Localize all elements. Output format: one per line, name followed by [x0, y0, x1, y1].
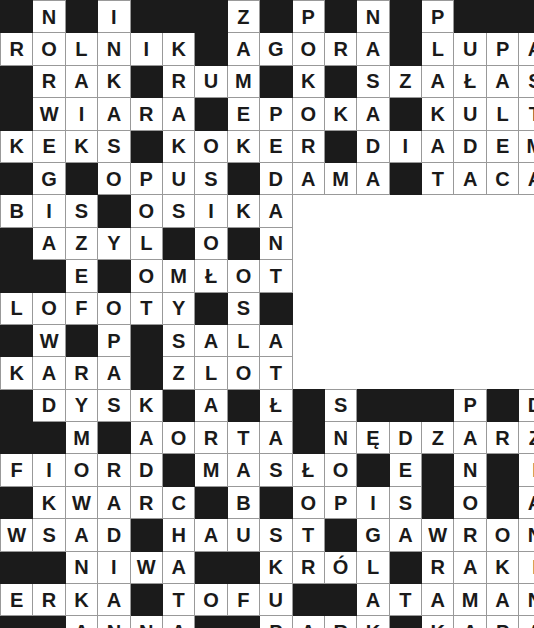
letter-cell-r3-c10[interactable]: K	[324, 98, 356, 130]
black-cell-r0-c0	[1, 1, 33, 33]
letter-cell-r13-c10[interactable]: N	[324, 422, 356, 454]
letter-cell-r14-c4[interactable]: D	[130, 454, 162, 486]
black-cell-r4-c4	[130, 130, 162, 162]
black-cell-r10-c2	[65, 324, 97, 356]
letter-cell-r10-c1[interactable]: W	[33, 324, 65, 356]
letter-cell-r1-c10[interactable]: R	[324, 33, 356, 65]
letter-cell-r19-c16[interactable]: A	[519, 616, 534, 628]
void-cell-r8-c9	[292, 260, 324, 292]
void-cell-r9-c13	[422, 292, 454, 324]
letter-cell-r7-c8[interactable]: N	[260, 227, 292, 259]
letter-cell-r6-c5[interactable]: S	[162, 195, 194, 227]
letter-cell-r9-c3[interactable]: O	[98, 292, 130, 324]
letter-cell-r14-c14[interactable]: N	[454, 454, 486, 486]
letter-cell-r17-c11[interactable]: L	[357, 551, 389, 583]
letter-cell-r12-c16[interactable]: D	[519, 389, 534, 421]
letter-cell-r13-c16[interactable]: Z	[519, 422, 534, 454]
crossword-page: NIZPNPROLNIKAGORALUPARAKRUMKSZAŁASWIARAE…	[0, 0, 534, 628]
letter-cell-r11-c2[interactable]: R	[65, 357, 97, 389]
letter-cell-r19-c2[interactable]: A	[65, 616, 97, 628]
letter-cell-r16-c16[interactable]: N	[519, 519, 534, 551]
void-cell-r7-c14	[454, 227, 486, 259]
letter-cell-r19-c4[interactable]: N	[130, 616, 162, 628]
letter-cell-r16-c8[interactable]: S	[260, 519, 292, 551]
letter-cell-r1-c1[interactable]: O	[33, 33, 65, 65]
black-cell-r12-c15	[486, 389, 518, 421]
letter-cell-r18-c15[interactable]: A	[486, 584, 518, 616]
black-cell-r13-c0	[1, 422, 33, 454]
black-cell-r10-c0	[1, 324, 33, 356]
grid-row-19: ANNAPARKKAPA	[1, 616, 534, 628]
letter-cell-r18-c11[interactable]: A	[357, 584, 389, 616]
void-cell-r7-c16	[519, 227, 534, 259]
letter-cell-r0-c13[interactable]: P	[422, 1, 454, 33]
letter-cell-r12-c3[interactable]: S	[98, 389, 130, 421]
letter-cell-r17-c10[interactable]: Ó	[324, 551, 356, 583]
letter-cell-r1-c9[interactable]: O	[292, 33, 324, 65]
letter-cell-r0-c3[interactable]: I	[98, 1, 130, 33]
letter-cell-r15-c7[interactable]: B	[227, 486, 259, 518]
letter-cell-r4-c2[interactable]: K	[65, 130, 97, 162]
void-cell-r7-c9	[292, 227, 324, 259]
letter-cell-r11-c8[interactable]: T	[260, 357, 292, 389]
letter-cell-r8-c8[interactable]: T	[260, 260, 292, 292]
letter-cell-r7-c1[interactable]: A	[33, 227, 65, 259]
grid-row-2: RAKRUMKSZAŁAS	[1, 65, 534, 97]
black-cell-r12-c12	[389, 389, 421, 421]
black-cell-r0-c15	[486, 1, 518, 33]
letter-cell-r5-c10[interactable]: M	[324, 162, 356, 194]
letter-cell-r18-c5[interactable]: T	[162, 584, 194, 616]
letter-cell-r5-c9[interactable]: A	[292, 162, 324, 194]
letter-cell-r1-c2[interactable]: L	[65, 33, 97, 65]
letter-cell-r2-c7[interactable]: M	[227, 65, 259, 97]
letter-cell-r18-c3[interactable]: A	[98, 584, 130, 616]
black-cell-r17-c0	[1, 551, 33, 583]
black-cell-r0-c14	[454, 1, 486, 33]
letter-cell-r10-c6[interactable]: A	[195, 324, 227, 356]
black-cell-r0-c12	[389, 1, 421, 33]
letter-cell-r16-c12[interactable]: A	[389, 519, 421, 551]
letter-cell-r2-c11[interactable]: S	[357, 65, 389, 97]
letter-cell-r8-c6[interactable]: Ł	[195, 260, 227, 292]
letter-cell-r16-c7[interactable]: U	[227, 519, 259, 551]
letter-cell-r14-c16[interactable]: I	[519, 454, 534, 486]
letter-cell-r2-c12[interactable]: Z	[389, 65, 421, 97]
letter-cell-r0-c11[interactable]: N	[357, 1, 389, 33]
letter-cell-r14-c7[interactable]: A	[227, 454, 259, 486]
letter-cell-r2-c2[interactable]: A	[65, 65, 97, 97]
letter-cell-r4-c15[interactable]: E	[486, 130, 518, 162]
black-cell-r7-c7	[227, 227, 259, 259]
letter-cell-r9-c2[interactable]: F	[65, 292, 97, 324]
letter-cell-r12-c1[interactable]: D	[33, 389, 65, 421]
letter-cell-r16-c5[interactable]: H	[162, 519, 194, 551]
letter-cell-r14-c1[interactable]: I	[33, 454, 65, 486]
letter-cell-r7-c4[interactable]: L	[130, 227, 162, 259]
void-cell-r10-c9	[292, 324, 324, 356]
grid-row-0: NIZPNP	[1, 1, 534, 33]
letter-cell-r12-c14[interactable]: P	[454, 389, 486, 421]
letter-cell-r13-c7[interactable]: T	[227, 422, 259, 454]
letter-cell-r17-c15[interactable]: K	[486, 551, 518, 583]
letter-cell-r9-c1[interactable]: O	[33, 292, 65, 324]
letter-cell-r13-c2[interactable]: M	[65, 422, 97, 454]
void-cell-r11-c12	[389, 357, 421, 389]
void-cell-r11-c11	[357, 357, 389, 389]
letter-cell-r8-c7[interactable]: O	[227, 260, 259, 292]
letter-cell-r4-c1[interactable]: E	[33, 130, 65, 162]
letter-cell-r5-c5[interactable]: U	[162, 162, 194, 194]
black-cell-r5-c7	[227, 162, 259, 194]
letter-cell-r2-c13[interactable]: A	[422, 65, 454, 97]
letter-cell-r3-c5[interactable]: A	[162, 98, 194, 130]
letter-cell-r5-c4[interactable]: P	[130, 162, 162, 194]
letter-cell-r17-c2[interactable]: N	[65, 551, 97, 583]
letter-cell-r3-c3[interactable]: A	[98, 98, 130, 130]
black-cell-r8-c0	[1, 260, 33, 292]
letter-cell-r14-c8[interactable]: S	[260, 454, 292, 486]
letter-cell-r9-c7[interactable]: S	[227, 292, 259, 324]
letter-cell-r15-c16[interactable]: A	[519, 486, 534, 518]
letter-cell-r1-c16[interactable]: A	[519, 33, 534, 65]
letter-cell-r10-c5[interactable]: S	[162, 324, 194, 356]
letter-cell-r17-c13[interactable]: R	[422, 551, 454, 583]
letter-cell-r7-c6[interactable]: O	[195, 227, 227, 259]
letter-cell-r11-c7[interactable]: O	[227, 357, 259, 389]
void-cell-r6-c11	[357, 195, 389, 227]
letter-cell-r15-c5[interactable]: C	[162, 486, 194, 518]
letter-cell-r13-c15[interactable]: R	[486, 422, 518, 454]
letter-cell-r4-c9[interactable]: R	[292, 130, 324, 162]
letter-cell-r5-c15[interactable]: C	[486, 162, 518, 194]
letter-cell-r19-c5[interactable]: A	[162, 616, 194, 628]
letter-cell-r6-c0[interactable]: B	[1, 195, 33, 227]
letter-cell-r14-c3[interactable]: R	[98, 454, 130, 486]
letter-cell-r3-c8[interactable]: P	[260, 98, 292, 130]
black-cell-r13-c1	[33, 422, 65, 454]
void-cell-r8-c15	[486, 260, 518, 292]
void-cell-r9-c11	[357, 292, 389, 324]
void-cell-r11-c14	[454, 357, 486, 389]
letter-cell-r15-c1[interactable]: K	[33, 486, 65, 518]
letter-cell-r4-c7[interactable]: K	[227, 130, 259, 162]
letter-cell-r16-c11[interactable]: G	[357, 519, 389, 551]
letter-cell-r4-c12[interactable]: I	[389, 130, 421, 162]
void-cell-r7-c15	[486, 227, 518, 259]
letter-cell-r13-c11[interactable]: Ę	[357, 422, 389, 454]
letter-cell-r15-c14[interactable]: O	[454, 486, 486, 518]
letter-cell-r0-c9[interactable]: P	[292, 1, 324, 33]
void-cell-r11-c13	[422, 357, 454, 389]
letter-cell-r14-c9[interactable]: Ł	[292, 454, 324, 486]
letter-cell-r12-c2[interactable]: Y	[65, 389, 97, 421]
letter-cell-r19-c13[interactable]: K	[422, 616, 454, 628]
letter-cell-r11-c1[interactable]: A	[33, 357, 65, 389]
black-cell-r1-c12	[389, 33, 421, 65]
letter-cell-r17-c16[interactable]: I	[519, 551, 534, 583]
letter-cell-r15-c9[interactable]: O	[292, 486, 324, 518]
black-cell-r19-c12	[389, 616, 421, 628]
letter-cell-r19-c11[interactable]: K	[357, 616, 389, 628]
letter-cell-r17-c9[interactable]: R	[292, 551, 324, 583]
void-cell-r6-c13	[422, 195, 454, 227]
letter-cell-r1-c14[interactable]: U	[454, 33, 486, 65]
letter-cell-r4-c13[interactable]: A	[422, 130, 454, 162]
letter-cell-r3-c1[interactable]: W	[33, 98, 65, 130]
letter-cell-r16-c14[interactable]: R	[454, 519, 486, 551]
black-cell-r7-c0	[1, 227, 33, 259]
letter-cell-r15-c11[interactable]: I	[357, 486, 389, 518]
letter-cell-r8-c5[interactable]: M	[162, 260, 194, 292]
letter-cell-r13-c5[interactable]: O	[162, 422, 194, 454]
grid-row-14: FIORDMASŁOENI	[1, 454, 534, 486]
grid-row-10: WPSALA	[1, 324, 534, 356]
letter-cell-r8-c2[interactable]: E	[65, 260, 97, 292]
letter-cell-r18-c8[interactable]: U	[260, 584, 292, 616]
letter-cell-r1-c13[interactable]: L	[422, 33, 454, 65]
black-cell-r12-c7	[227, 389, 259, 421]
letter-cell-r19-c15[interactable]: P	[486, 616, 518, 628]
letter-cell-r5-c8[interactable]: D	[260, 162, 292, 194]
letter-cell-r14-c10[interactable]: O	[324, 454, 356, 486]
letter-cell-r18-c7[interactable]: F	[227, 584, 259, 616]
black-cell-r14-c15	[486, 454, 518, 486]
letter-cell-r2-c14[interactable]: Ł	[454, 65, 486, 97]
letter-cell-r1-c15[interactable]: P	[486, 33, 518, 65]
letter-cell-r14-c2[interactable]: O	[65, 454, 97, 486]
letter-cell-r6-c8[interactable]: A	[260, 195, 292, 227]
letter-cell-r6-c2[interactable]: S	[65, 195, 97, 227]
black-cell-r17-c6	[195, 551, 227, 583]
letter-cell-r16-c15[interactable]: O	[486, 519, 518, 551]
black-cell-r4-c10	[324, 130, 356, 162]
letter-cell-r5-c6[interactable]: S	[195, 162, 227, 194]
letter-cell-r4-c14[interactable]: D	[454, 130, 486, 162]
letter-cell-r18-c0[interactable]: E	[1, 584, 33, 616]
black-cell-r2-c4	[130, 65, 162, 97]
letter-cell-r4-c0[interactable]: K	[1, 130, 33, 162]
letter-cell-r17-c3[interactable]: I	[98, 551, 130, 583]
letter-cell-r5-c3[interactable]: O	[98, 162, 130, 194]
letter-cell-r13-c14[interactable]: A	[454, 422, 486, 454]
letter-cell-r17-c5[interactable]: A	[162, 551, 194, 583]
letter-cell-r6-c1[interactable]: I	[33, 195, 65, 227]
letter-cell-r5-c13[interactable]: T	[422, 162, 454, 194]
letter-cell-r3-c15[interactable]: L	[486, 98, 518, 130]
letter-cell-r1-c3[interactable]: N	[98, 33, 130, 65]
black-cell-r15-c6	[195, 486, 227, 518]
letter-cell-r3-c4[interactable]: R	[130, 98, 162, 130]
letter-cell-r12-c8[interactable]: Ł	[260, 389, 292, 421]
letter-cell-r17-c4[interactable]: W	[130, 551, 162, 583]
letter-cell-r3-c14[interactable]: U	[454, 98, 486, 130]
letter-cell-r10-c7[interactable]: L	[227, 324, 259, 356]
letter-cell-r2-c1[interactable]: R	[33, 65, 65, 97]
letter-cell-r4-c11[interactable]: D	[357, 130, 389, 162]
letter-cell-r18-c12[interactable]: T	[389, 584, 421, 616]
letter-cell-r9-c5[interactable]: Y	[162, 292, 194, 324]
letter-cell-r6-c4[interactable]: O	[130, 195, 162, 227]
letter-cell-r14-c0[interactable]: F	[1, 454, 33, 486]
letter-cell-r11-c3[interactable]: A	[98, 357, 130, 389]
letter-cell-r0-c1[interactable]: N	[33, 1, 65, 33]
void-cell-r6-c15	[486, 195, 518, 227]
letter-cell-r19-c3[interactable]: N	[98, 616, 130, 628]
letter-cell-r3-c13[interactable]: K	[422, 98, 454, 130]
letter-cell-r7-c2[interactable]: Z	[65, 227, 97, 259]
black-cell-r18-c9	[292, 584, 324, 616]
letter-cell-r2-c16[interactable]: S	[519, 65, 534, 97]
letter-cell-r5-c1[interactable]: G	[33, 162, 65, 194]
letter-cell-r3-c2[interactable]: I	[65, 98, 97, 130]
letter-cell-r18-c16[interactable]: N	[519, 584, 534, 616]
letter-cell-r1-c8[interactable]: G	[260, 33, 292, 65]
letter-cell-r12-c4[interactable]: K	[130, 389, 162, 421]
grid-row-17: NIWAKRÓLRAKI	[1, 551, 534, 583]
black-cell-r9-c8	[260, 292, 292, 324]
void-cell-r10-c15	[486, 324, 518, 356]
letter-cell-r4-c6[interactable]: O	[195, 130, 227, 162]
black-cell-r19-c7	[227, 616, 259, 628]
void-cell-r8-c12	[389, 260, 421, 292]
void-cell-r10-c11	[357, 324, 389, 356]
letter-cell-r15-c2[interactable]: W	[65, 486, 97, 518]
letter-cell-r10-c3[interactable]: P	[98, 324, 130, 356]
void-cell-r9-c12	[389, 292, 421, 324]
grid-row-9: LOFOTYS	[1, 292, 534, 324]
letter-cell-r4-c16[interactable]: M	[519, 130, 534, 162]
letter-cell-r10-c8[interactable]: A	[260, 324, 292, 356]
black-cell-r13-c3	[98, 422, 130, 454]
letter-cell-r16-c2[interactable]: A	[65, 519, 97, 551]
black-cell-r16-c4	[130, 519, 162, 551]
letter-cell-r19-c14[interactable]: A	[454, 616, 486, 628]
letter-cell-r13-c4[interactable]: A	[130, 422, 162, 454]
letter-cell-r2-c5[interactable]: R	[162, 65, 194, 97]
letter-cell-r16-c1[interactable]: S	[33, 519, 65, 551]
letter-cell-r2-c9[interactable]: K	[292, 65, 324, 97]
black-cell-r2-c0	[1, 65, 33, 97]
letter-cell-r17-c8[interactable]: K	[260, 551, 292, 583]
letter-cell-r15-c10[interactable]: P	[324, 486, 356, 518]
void-cell-r10-c12	[389, 324, 421, 356]
letter-cell-r19-c8[interactable]: P	[260, 616, 292, 628]
letter-cell-r7-c3[interactable]: Y	[98, 227, 130, 259]
void-cell-r10-c13	[422, 324, 454, 356]
black-cell-r8-c3	[98, 260, 130, 292]
letter-cell-r4-c8[interactable]: E	[260, 130, 292, 162]
void-cell-r6-c9	[292, 195, 324, 227]
letter-cell-r2-c6[interactable]: U	[195, 65, 227, 97]
letter-cell-r8-c4[interactable]: O	[130, 260, 162, 292]
grid-row-16: WSADHAUSTGAWRON	[1, 519, 534, 551]
letter-cell-r3-c7[interactable]: E	[227, 98, 259, 130]
letter-cell-r16-c3[interactable]: D	[98, 519, 130, 551]
void-cell-r6-c12	[389, 195, 421, 227]
black-cell-r12-c9	[292, 389, 324, 421]
grid-row-4: KEKSKOKERDIADEM	[1, 130, 534, 162]
letter-cell-r9-c0[interactable]: L	[1, 292, 33, 324]
letter-cell-r9-c4[interactable]: T	[130, 292, 162, 324]
letter-cell-r6-c6[interactable]: I	[195, 195, 227, 227]
letter-cell-r5-c14[interactable]: A	[454, 162, 486, 194]
letter-cell-r1-c4[interactable]: I	[130, 33, 162, 65]
letter-cell-r1-c11[interactable]: A	[357, 33, 389, 65]
grid-row-13: MAORTANĘDZARZ	[1, 422, 534, 454]
black-cell-r15-c15	[486, 486, 518, 518]
letter-cell-r14-c6[interactable]: M	[195, 454, 227, 486]
black-cell-r3-c0	[1, 98, 33, 130]
void-cell-r9-c10	[324, 292, 356, 324]
letter-cell-r13-c6[interactable]: R	[195, 422, 227, 454]
letter-cell-r19-c10[interactable]: R	[324, 616, 356, 628]
letter-cell-r3-c16[interactable]: T	[519, 98, 534, 130]
letter-cell-r0-c7[interactable]: Z	[227, 1, 259, 33]
black-cell-r13-c9	[292, 422, 324, 454]
black-cell-r5-c2	[65, 162, 97, 194]
black-cell-r15-c0	[1, 486, 33, 518]
letter-cell-r13-c12[interactable]: D	[389, 422, 421, 454]
letter-cell-r5-c16[interactable]: A	[519, 162, 534, 194]
letter-cell-r6-c7[interactable]: K	[227, 195, 259, 227]
letter-cell-r12-c6[interactable]: A	[195, 389, 227, 421]
letter-cell-r11-c6[interactable]: L	[195, 357, 227, 389]
black-cell-r17-c1	[33, 551, 65, 583]
letter-cell-r15-c3[interactable]: A	[98, 486, 130, 518]
letter-cell-r18-c1[interactable]: R	[33, 584, 65, 616]
void-cell-r6-c10	[324, 195, 356, 227]
letter-cell-r19-c9[interactable]: A	[292, 616, 324, 628]
letter-cell-r16-c0[interactable]: W	[1, 519, 33, 551]
black-cell-r7-c5	[162, 227, 194, 259]
letter-cell-r13-c13[interactable]: Z	[422, 422, 454, 454]
letter-cell-r16-c6[interactable]: A	[195, 519, 227, 551]
letter-cell-r3-c11[interactable]: A	[357, 98, 389, 130]
letter-cell-r4-c5[interactable]: K	[162, 130, 194, 162]
void-cell-r6-c16	[519, 195, 534, 227]
letter-cell-r1-c5[interactable]: K	[162, 33, 194, 65]
letter-cell-r1-c7[interactable]: A	[227, 33, 259, 65]
letter-cell-r12-c10[interactable]: S	[324, 389, 356, 421]
letter-cell-r3-c9[interactable]: O	[292, 98, 324, 130]
letter-cell-r15-c4[interactable]: R	[130, 486, 162, 518]
letter-cell-r1-c0[interactable]: R	[1, 33, 33, 65]
letter-cell-r11-c0[interactable]: K	[1, 357, 33, 389]
letter-cell-r13-c8[interactable]: A	[260, 422, 292, 454]
black-cell-r12-c5	[162, 389, 194, 421]
black-cell-r5-c0	[1, 162, 33, 194]
letter-cell-r18-c2[interactable]: K	[65, 584, 97, 616]
letter-cell-r5-c11[interactable]: A	[357, 162, 389, 194]
letter-cell-r16-c9[interactable]: T	[292, 519, 324, 551]
letter-cell-r2-c15[interactable]: A	[486, 65, 518, 97]
black-cell-r3-c12	[389, 98, 421, 130]
letter-cell-r15-c12[interactable]: S	[389, 486, 421, 518]
letter-cell-r18-c6[interactable]: O	[195, 584, 227, 616]
black-cell-r11-c4	[130, 357, 162, 389]
letter-cell-r18-c13[interactable]: A	[422, 584, 454, 616]
letter-cell-r2-c3[interactable]: K	[98, 65, 130, 97]
black-cell-r17-c12	[389, 551, 421, 583]
letter-cell-r4-c3[interactable]: S	[98, 130, 130, 162]
letter-cell-r18-c14[interactable]: M	[454, 584, 486, 616]
black-cell-r3-c6	[195, 98, 227, 130]
letter-cell-r11-c5[interactable]: Z	[162, 357, 194, 389]
letter-cell-r16-c13[interactable]: W	[422, 519, 454, 551]
letter-cell-r17-c14[interactable]: A	[454, 551, 486, 583]
letter-cell-r14-c12[interactable]: E	[389, 454, 421, 486]
